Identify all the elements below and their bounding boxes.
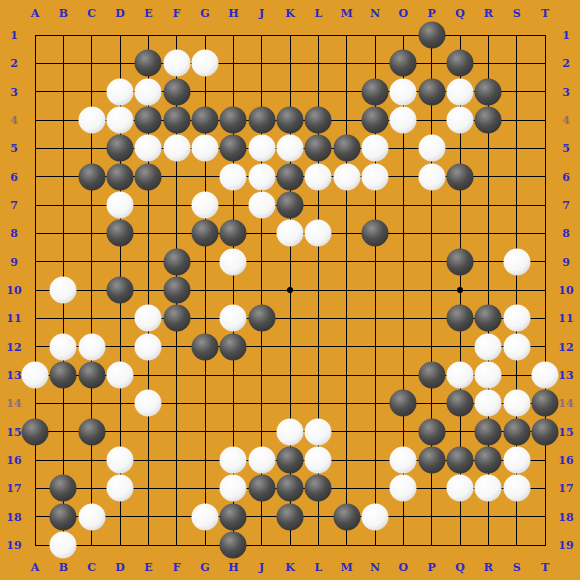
- stone-black: [532, 390, 559, 417]
- stone-white: [22, 362, 49, 389]
- column-label-top: K: [285, 7, 295, 20]
- stone-white: [503, 447, 530, 474]
- column-label-bottom: M: [341, 561, 353, 574]
- stone-black: [220, 135, 247, 162]
- grid-line-vertical: [346, 35, 347, 546]
- column-label-bottom: F: [173, 561, 181, 574]
- stone-black: [192, 333, 219, 360]
- column-label-bottom: G: [200, 561, 209, 574]
- stone-black: [447, 390, 474, 417]
- stone-black: [305, 135, 332, 162]
- row-label-left: 5: [10, 142, 18, 155]
- column-label-bottom: O: [399, 561, 409, 574]
- column-label-bottom: L: [314, 561, 322, 574]
- stone-white: [503, 248, 530, 275]
- stone-black: [220, 220, 247, 247]
- stone-white: [192, 503, 219, 530]
- grid-line-horizontal: [35, 346, 546, 347]
- stone-white: [362, 163, 389, 190]
- stone-black: [163, 305, 190, 332]
- stone-black: [135, 50, 162, 77]
- stone-black: [503, 418, 530, 445]
- column-label-top: L: [314, 7, 322, 20]
- row-label-left: 17: [6, 482, 21, 495]
- stone-white: [418, 135, 445, 162]
- column-label-bottom: R: [484, 561, 493, 574]
- stone-white: [192, 50, 219, 77]
- stone-black: [248, 107, 275, 134]
- column-label-top: D: [115, 7, 125, 20]
- column-label-top: B: [59, 7, 68, 20]
- stone-white: [277, 220, 304, 247]
- column-label-top: C: [87, 7, 96, 20]
- stone-black: [475, 418, 502, 445]
- hoshi-point: [457, 287, 463, 293]
- stone-white: [135, 390, 162, 417]
- stone-black: [447, 447, 474, 474]
- row-label-left: 10: [6, 284, 21, 297]
- stone-black: [277, 192, 304, 219]
- stone-black: [277, 107, 304, 134]
- stone-black: [277, 163, 304, 190]
- stone-white: [390, 78, 417, 105]
- stone-black: [532, 418, 559, 445]
- stone-white: [390, 107, 417, 134]
- column-label-bottom: H: [228, 561, 238, 574]
- stone-black: [362, 107, 389, 134]
- stone-white: [163, 50, 190, 77]
- row-label-left: 15: [6, 425, 21, 438]
- column-label-top: E: [144, 7, 152, 20]
- grid-line-vertical: [35, 35, 36, 546]
- stone-white: [503, 305, 530, 332]
- stone-white: [333, 163, 360, 190]
- stone-black: [418, 22, 445, 49]
- stone-white: [305, 418, 332, 445]
- stone-black: [447, 305, 474, 332]
- stone-white: [475, 362, 502, 389]
- stone-black: [107, 277, 134, 304]
- stone-black: [475, 107, 502, 134]
- stone-black: [107, 135, 134, 162]
- stone-white: [50, 532, 77, 559]
- stone-black: [192, 220, 219, 247]
- stone-white: [248, 447, 275, 474]
- stone-white: [78, 333, 105, 360]
- stone-white: [107, 78, 134, 105]
- hoshi-point: [287, 287, 293, 293]
- column-label-bottom: N: [370, 561, 380, 574]
- stone-black: [418, 418, 445, 445]
- column-label-top: R: [484, 7, 493, 20]
- stone-black: [447, 163, 474, 190]
- stone-black: [135, 163, 162, 190]
- row-label-left: 6: [10, 170, 18, 183]
- row-label-left: 19: [6, 539, 21, 552]
- stone-black: [50, 503, 77, 530]
- stone-black: [447, 50, 474, 77]
- stone-white: [475, 390, 502, 417]
- stone-white: [163, 135, 190, 162]
- stone-black: [163, 248, 190, 275]
- stone-black: [50, 475, 77, 502]
- column-label-top: T: [541, 7, 549, 20]
- stone-white: [248, 135, 275, 162]
- row-label-right: 1: [562, 29, 570, 42]
- stone-black: [22, 418, 49, 445]
- row-label-left: 2: [10, 57, 18, 70]
- stone-black: [362, 220, 389, 247]
- stone-white: [447, 78, 474, 105]
- stone-black: [78, 418, 105, 445]
- grid-line-vertical: [545, 35, 546, 546]
- stone-white: [503, 390, 530, 417]
- stone-white: [305, 447, 332, 474]
- column-label-top: A: [31, 7, 40, 20]
- stone-black: [362, 78, 389, 105]
- row-label-left: 3: [10, 85, 18, 98]
- row-label-right: 8: [562, 227, 570, 240]
- stone-black: [248, 305, 275, 332]
- row-label-right: 9: [562, 255, 570, 268]
- stone-black: [418, 78, 445, 105]
- stone-white: [220, 163, 247, 190]
- stone-black: [163, 78, 190, 105]
- column-label-top: Q: [455, 7, 465, 20]
- row-label-right: 5: [562, 142, 570, 155]
- row-label-right: 11: [558, 312, 573, 325]
- stone-black: [107, 163, 134, 190]
- grid-line-horizontal: [35, 545, 546, 546]
- row-label-right: 4: [562, 114, 570, 127]
- row-label-right: 3: [562, 85, 570, 98]
- column-label-top: F: [173, 7, 181, 20]
- stone-white: [503, 475, 530, 502]
- row-label-right: 18: [558, 510, 573, 523]
- row-label-left: 1: [10, 29, 18, 42]
- stone-black: [220, 503, 247, 530]
- stone-white: [220, 447, 247, 474]
- row-label-left: 12: [6, 340, 21, 353]
- stone-white: [135, 333, 162, 360]
- row-label-left: 16: [6, 454, 21, 467]
- stone-black: [305, 107, 332, 134]
- stone-black: [163, 107, 190, 134]
- row-label-left: 9: [10, 255, 18, 268]
- stone-white: [248, 192, 275, 219]
- row-label-left: 7: [10, 199, 18, 212]
- stone-black: [475, 78, 502, 105]
- stone-black: [50, 362, 77, 389]
- stone-white: [135, 78, 162, 105]
- row-label-right: 15: [558, 425, 573, 438]
- column-label-bottom: C: [87, 561, 96, 574]
- stone-white: [107, 192, 134, 219]
- row-label-right: 7: [562, 199, 570, 212]
- column-label-top: N: [370, 7, 380, 20]
- row-label-right: 16: [558, 454, 573, 467]
- row-label-right: 6: [562, 170, 570, 183]
- stone-black: [78, 163, 105, 190]
- stone-black: [418, 362, 445, 389]
- stone-black: [163, 277, 190, 304]
- column-label-bottom: S: [513, 561, 521, 574]
- stone-white: [277, 418, 304, 445]
- row-label-left: 4: [10, 114, 18, 127]
- go-board[interactable]: AABBCCDDEEFFGGHHJJKKLLMMNNOOPPQQRRSSTT11…: [0, 0, 580, 580]
- stone-white: [447, 475, 474, 502]
- stone-white: [305, 163, 332, 190]
- stone-white: [362, 503, 389, 530]
- stone-white: [248, 163, 275, 190]
- column-label-bottom: E: [144, 561, 152, 574]
- stone-black: [220, 532, 247, 559]
- stone-white: [532, 362, 559, 389]
- stone-black: [305, 475, 332, 502]
- stone-white: [475, 333, 502, 360]
- column-label-bottom: P: [428, 561, 436, 574]
- stone-white: [107, 107, 134, 134]
- stone-black: [447, 248, 474, 275]
- row-label-right: 10: [558, 284, 573, 297]
- stone-black: [220, 333, 247, 360]
- stone-white: [107, 475, 134, 502]
- stone-white: [192, 192, 219, 219]
- column-label-top: P: [428, 7, 436, 20]
- stone-black: [135, 107, 162, 134]
- stone-white: [135, 305, 162, 332]
- row-label-left: 18: [6, 510, 21, 523]
- column-label-bottom: B: [59, 561, 68, 574]
- row-label-right: 14: [558, 397, 573, 410]
- stone-white: [107, 362, 134, 389]
- column-label-top: S: [513, 7, 521, 20]
- stone-white: [50, 333, 77, 360]
- stone-black: [277, 503, 304, 530]
- stone-white: [503, 333, 530, 360]
- column-label-bottom: K: [285, 561, 295, 574]
- stone-black: [107, 220, 134, 247]
- stone-white: [390, 447, 417, 474]
- stone-white: [447, 107, 474, 134]
- stone-white: [50, 277, 77, 304]
- row-label-right: 2: [562, 57, 570, 70]
- stone-white: [362, 135, 389, 162]
- stone-white: [475, 475, 502, 502]
- stone-black: [78, 362, 105, 389]
- row-label-left: 11: [6, 312, 21, 325]
- stone-black: [333, 135, 360, 162]
- column-label-bottom: T: [541, 561, 549, 574]
- stone-white: [220, 248, 247, 275]
- stone-black: [475, 305, 502, 332]
- row-label-right: 19: [558, 539, 573, 552]
- stone-white: [78, 107, 105, 134]
- stone-white: [305, 220, 332, 247]
- stone-black: [333, 503, 360, 530]
- stone-black: [192, 107, 219, 134]
- stone-black: [475, 447, 502, 474]
- row-label-right: 12: [558, 340, 573, 353]
- column-label-bottom: A: [31, 561, 40, 574]
- column-label-top: J: [259, 7, 264, 20]
- stone-black: [220, 107, 247, 134]
- column-label-bottom: D: [115, 561, 125, 574]
- column-label-top: G: [200, 7, 209, 20]
- stone-black: [418, 447, 445, 474]
- stone-black: [390, 50, 417, 77]
- stone-white: [418, 163, 445, 190]
- row-label-left: 13: [6, 369, 21, 382]
- column-label-top: M: [341, 7, 353, 20]
- stone-white: [220, 305, 247, 332]
- stone-white: [192, 135, 219, 162]
- stone-white: [135, 135, 162, 162]
- stone-white: [220, 475, 247, 502]
- column-label-top: H: [228, 7, 238, 20]
- stone-white: [107, 447, 134, 474]
- stone-black: [277, 447, 304, 474]
- column-label-bottom: Q: [455, 561, 465, 574]
- row-label-left: 14: [6, 397, 21, 410]
- stone-white: [447, 362, 474, 389]
- stone-white: [277, 135, 304, 162]
- grid-line-horizontal: [35, 35, 546, 36]
- stone-white: [78, 503, 105, 530]
- stone-black: [277, 475, 304, 502]
- row-label-left: 8: [10, 227, 18, 240]
- row-label-right: 17: [558, 482, 573, 495]
- column-label-top: O: [399, 7, 409, 20]
- stone-black: [248, 475, 275, 502]
- stone-black: [390, 390, 417, 417]
- row-label-right: 13: [558, 369, 573, 382]
- stone-white: [390, 475, 417, 502]
- column-label-bottom: J: [259, 561, 264, 574]
